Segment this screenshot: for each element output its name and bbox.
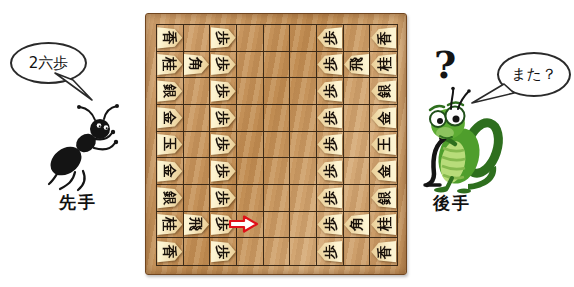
piece-shape: 歩 xyxy=(211,107,236,129)
shogi-piece-gote[interactable]: 香 xyxy=(371,27,396,49)
board-cell-r3c9[interactable]: 銀 xyxy=(370,78,397,105)
shogi-piece-sente[interactable]: 銀 xyxy=(157,187,182,209)
piece-kanji: 王 xyxy=(377,137,391,151)
piece-kanji: 金 xyxy=(163,164,177,178)
shogi-piece-sente[interactable]: 金 xyxy=(157,107,182,129)
board-cell-r3c3[interactable]: 歩 xyxy=(210,78,237,105)
shogi-piece-gote[interactable]: 銀 xyxy=(371,187,396,209)
piece-shape: 桂 xyxy=(371,213,396,235)
question-mark: ? xyxy=(434,46,456,84)
board-cell-r7c5[interactable] xyxy=(264,185,291,212)
piece-shape: 飛 xyxy=(344,53,369,75)
board-cell-r8c8[interactable]: 角 xyxy=(344,212,371,239)
board-cell-r1c3[interactable]: 歩 xyxy=(210,25,237,52)
shogi-piece-gote[interactable]: 歩 xyxy=(317,241,342,263)
gote-speech-bubble-tail xyxy=(462,78,518,108)
piece-shape: 銀 xyxy=(157,80,182,102)
board-cell-r7c9[interactable]: 銀 xyxy=(370,185,397,212)
shogi-piece-sente[interactable]: 歩 xyxy=(211,53,236,75)
piece-shape: 銀 xyxy=(371,187,396,209)
piece-kanji: 飛 xyxy=(189,217,203,231)
piece-shape: 銀 xyxy=(157,187,182,209)
shogi-piece-gote[interactable]: 歩 xyxy=(317,160,342,182)
piece-kanji: 歩 xyxy=(216,31,230,45)
piece-shape: 歩 xyxy=(317,241,342,263)
shogi-piece-gote[interactable]: 飛 xyxy=(344,53,369,75)
piece-shape: 歩 xyxy=(317,80,342,102)
piece-kanji: 歩 xyxy=(323,57,337,71)
piece-kanji: 歩 xyxy=(216,164,230,178)
board-cell-r6c8[interactable] xyxy=(344,158,371,185)
piece-kanji: 玉 xyxy=(163,137,177,151)
shogi-piece-sente[interactable]: 玉 xyxy=(157,133,182,155)
piece-shape: 歩 xyxy=(211,160,236,182)
piece-shape: 金 xyxy=(371,160,396,182)
board-cell-r7c6[interactable] xyxy=(290,185,317,212)
board-cell-r9c5[interactable] xyxy=(264,238,291,265)
board-cell-r7c3[interactable]: 歩 xyxy=(210,185,237,212)
shogi-piece-sente[interactable]: 歩 xyxy=(211,80,236,102)
sente-speech-bubble-tail xyxy=(40,68,100,104)
piece-shape: 桂 xyxy=(371,53,396,75)
board-cell-r1c9[interactable]: 香 xyxy=(370,25,397,52)
piece-kanji: 香 xyxy=(377,31,391,45)
piece-shape: 香 xyxy=(157,241,182,263)
board-cell-r2c2[interactable]: 角 xyxy=(184,52,211,79)
piece-kanji: 歩 xyxy=(323,217,337,231)
shogi-piece-sente[interactable]: 角 xyxy=(184,53,209,75)
piece-shape: 歩 xyxy=(317,213,342,235)
piece-kanji: 香 xyxy=(163,245,177,259)
board-cell-r5c9[interactable]: 王 xyxy=(370,132,397,159)
board-cell-r5c5[interactable] xyxy=(264,132,291,159)
board-cell-r5c8[interactable] xyxy=(344,132,371,159)
gote-label: 後手 xyxy=(417,192,487,215)
piece-kanji: 銀 xyxy=(377,84,391,98)
board-cell-r1c5[interactable] xyxy=(264,25,291,52)
board-cell-r2c7[interactable]: 歩 xyxy=(317,52,344,79)
board-cell-r7c4[interactable] xyxy=(237,185,264,212)
board-cell-r8c9[interactable]: 桂 xyxy=(370,212,397,239)
shogi-piece-sente[interactable]: 香 xyxy=(157,241,182,263)
piece-shape: 歩 xyxy=(317,107,342,129)
piece-shape: 角 xyxy=(184,53,209,75)
board-cell-r2c8[interactable]: 飛 xyxy=(344,52,371,79)
piece-kanji: 桂 xyxy=(163,57,177,71)
board-cell-r8c2[interactable]: 飛 xyxy=(184,212,211,239)
board-cell-r5c2[interactable] xyxy=(184,132,211,159)
board-cell-r7c1[interactable]: 銀 xyxy=(157,185,184,212)
board-cell-r6c5[interactable] xyxy=(264,158,291,185)
board-cell-r1c6[interactable] xyxy=(290,25,317,52)
piece-shape: 歩 xyxy=(211,27,236,49)
board-cell-r4c6[interactable] xyxy=(290,105,317,132)
board-cell-r5c7[interactable]: 歩 xyxy=(317,132,344,159)
board-cell-r3c2[interactable] xyxy=(184,78,211,105)
shogi-piece-sente[interactable]: 桂 xyxy=(157,213,182,235)
board-cell-r8c6[interactable] xyxy=(290,212,317,239)
board-cell-r5c4[interactable] xyxy=(237,132,264,159)
piece-shape: 歩 xyxy=(317,160,342,182)
piece-shape: 金 xyxy=(371,107,396,129)
piece-shape: 歩 xyxy=(317,27,342,49)
piece-shape: 歩 xyxy=(317,187,342,209)
piece-kanji: 飛 xyxy=(349,57,363,71)
board-cell-r8c5[interactable] xyxy=(264,212,291,239)
shogi-piece-gote[interactable]: 歩 xyxy=(317,27,342,49)
piece-kanji: 歩 xyxy=(216,111,230,125)
board-cell-r1c1[interactable]: 香 xyxy=(157,25,184,52)
move-arrow-icon xyxy=(229,215,259,233)
piece-kanji: 桂 xyxy=(163,217,177,231)
piece-shape: 歩 xyxy=(317,133,342,155)
board-cell-r9c1[interactable]: 香 xyxy=(157,238,184,265)
board-cell-r4c3[interactable]: 歩 xyxy=(210,105,237,132)
shogi-piece-sente[interactable]: 飛 xyxy=(184,213,209,235)
piece-kanji: 歩 xyxy=(323,191,337,205)
piece-kanji: 歩 xyxy=(216,245,230,259)
piece-shape: 歩 xyxy=(211,80,236,102)
board-cell-r8c1[interactable]: 桂 xyxy=(157,212,184,239)
sente-label: 先手 xyxy=(43,191,113,214)
piece-shape: 香 xyxy=(371,241,396,263)
piece-kanji: 歩 xyxy=(323,111,337,125)
board-cell-r6c1[interactable]: 金 xyxy=(157,158,184,185)
board-cell-r4c2[interactable] xyxy=(184,105,211,132)
shogi-piece-sente[interactable]: 歩 xyxy=(211,187,236,209)
board-cell-r5c3[interactable]: 歩 xyxy=(210,132,237,159)
board-cell-r9c6[interactable] xyxy=(290,238,317,265)
shogi-piece-sente[interactable]: 桂 xyxy=(157,53,182,75)
piece-kanji: 歩 xyxy=(323,31,337,45)
piece-shape: 香 xyxy=(157,27,182,49)
board-cell-r3c7[interactable]: 歩 xyxy=(317,78,344,105)
piece-shape: 歩 xyxy=(317,53,342,75)
board-cell-r3c8[interactable] xyxy=(344,78,371,105)
piece-kanji: 歩 xyxy=(323,245,337,259)
board-cell-r8c7[interactable]: 歩 xyxy=(317,212,344,239)
ant-icon xyxy=(45,104,119,190)
piece-shape: 歩 xyxy=(211,187,236,209)
piece-kanji: 香 xyxy=(377,245,391,259)
piece-kanji: 金 xyxy=(377,111,391,125)
board-cell-r3c1[interactable]: 銀 xyxy=(157,78,184,105)
piece-kanji: 歩 xyxy=(216,191,230,205)
piece-kanji: 桂 xyxy=(377,217,391,231)
piece-shape: 角 xyxy=(344,213,369,235)
board-cell-r6c2[interactable] xyxy=(184,158,211,185)
piece-kanji: 桂 xyxy=(377,57,391,71)
board-cell-r1c8[interactable] xyxy=(344,25,371,52)
shogi-piece-gote[interactable]: 王 xyxy=(371,133,396,155)
piece-shape: 歩 xyxy=(211,241,236,263)
board-cell-r1c7[interactable]: 歩 xyxy=(317,25,344,52)
board-cell-r4c5[interactable] xyxy=(264,105,291,132)
board-cell-r2c3[interactable]: 歩 xyxy=(210,52,237,79)
piece-shape: 王 xyxy=(371,133,396,155)
board-cell-r9c2[interactable] xyxy=(184,238,211,265)
board-cell-r6c9[interactable]: 金 xyxy=(370,158,397,185)
piece-kanji: 銀 xyxy=(377,191,391,205)
board-cell-r9c4[interactable] xyxy=(237,238,264,265)
board-cell-r6c6[interactable] xyxy=(290,158,317,185)
board-cell-r6c7[interactable]: 歩 xyxy=(317,158,344,185)
piece-shape: 金 xyxy=(157,107,182,129)
shogi-piece-sente[interactable]: 歩 xyxy=(211,160,236,182)
piece-kanji: 角 xyxy=(349,217,363,231)
board-cell-r3c6[interactable] xyxy=(290,78,317,105)
shogi-piece-sente[interactable]: 歩 xyxy=(211,241,236,263)
board-cell-r9c8[interactable] xyxy=(344,238,371,265)
piece-kanji: 銀 xyxy=(163,84,177,98)
board-cell-r7c8[interactable] xyxy=(344,185,371,212)
piece-shape: 歩 xyxy=(211,53,236,75)
piece-kanji: 金 xyxy=(163,111,177,125)
board-cell-r4c8[interactable] xyxy=(344,105,371,132)
board-cell-r6c3[interactable]: 歩 xyxy=(210,158,237,185)
piece-shape: 桂 xyxy=(157,213,182,235)
shogi-piece-gote[interactable]: 金 xyxy=(371,160,396,182)
board-cell-r1c2[interactable] xyxy=(184,25,211,52)
board-cell-r9c3[interactable]: 歩 xyxy=(210,238,237,265)
piece-shape: 桂 xyxy=(157,53,182,75)
board-cell-r4c4[interactable] xyxy=(237,105,264,132)
board-cell-r6c4[interactable] xyxy=(237,158,264,185)
shogi-piece-gote[interactable]: 金 xyxy=(371,107,396,129)
board-cell-r4c9[interactable]: 金 xyxy=(370,105,397,132)
board-cell-r9c9[interactable]: 香 xyxy=(370,238,397,265)
piece-kanji: 歩 xyxy=(216,84,230,98)
shogi-piece-sente[interactable]: 香 xyxy=(157,27,182,49)
shogi-piece-gote[interactable]: 歩 xyxy=(317,53,342,75)
shogi-piece-gote[interactable]: 歩 xyxy=(317,107,342,129)
board-cell-r8c4[interactable] xyxy=(237,212,264,239)
piece-kanji: 歩 xyxy=(216,57,230,71)
shogi-piece-gote[interactable]: 角 xyxy=(344,213,369,235)
piece-kanji: 金 xyxy=(377,164,391,178)
piece-kanji: 香 xyxy=(163,31,177,45)
piece-shape: 玉 xyxy=(157,133,182,155)
board-cell-r5c6[interactable] xyxy=(290,132,317,159)
shogi-piece-gote[interactable]: 歩 xyxy=(317,213,342,235)
board-cell-r5c1[interactable]: 玉 xyxy=(157,132,184,159)
board-grid: 香歩歩香桂角歩歩飛桂銀歩歩銀金歩歩金玉歩歩王金歩歩金銀歩歩銀桂飛歩 歩角桂香歩歩… xyxy=(156,24,398,266)
board-cell-r3c4[interactable] xyxy=(237,78,264,105)
piece-kanji: 歩 xyxy=(323,84,337,98)
shogi-piece-gote[interactable]: 銀 xyxy=(371,80,396,102)
piece-kanji: 歩 xyxy=(216,137,230,151)
shogi-board: 香歩歩香桂角歩歩飛桂銀歩歩銀金歩歩金玉歩歩王金歩歩金銀歩歩銀桂飛歩 歩角桂香歩歩… xyxy=(145,13,407,275)
piece-shape: 金 xyxy=(157,160,182,182)
board-cell-r2c1[interactable]: 桂 xyxy=(157,52,184,79)
shogi-piece-sente[interactable]: 歩 xyxy=(211,133,236,155)
board-cell-r4c1[interactable]: 金 xyxy=(157,105,184,132)
board-cell-r2c5[interactable] xyxy=(264,52,291,79)
shogi-piece-gote[interactable]: 歩 xyxy=(317,187,342,209)
piece-kanji: 銀 xyxy=(163,191,177,205)
piece-kanji: 歩 xyxy=(323,164,337,178)
ant-character xyxy=(45,92,123,192)
shogi-piece-sente[interactable]: 銀 xyxy=(157,80,182,102)
shogi-piece-gote[interactable]: 桂 xyxy=(371,53,396,75)
scene: 香歩歩香桂角歩歩飛桂銀歩歩銀金歩歩金玉歩歩王金歩歩金銀歩歩銀桂飛歩 歩角桂香歩歩… xyxy=(0,0,574,287)
shogi-piece-gote[interactable]: 歩 xyxy=(317,80,342,102)
board-cell-r3c5[interactable] xyxy=(264,78,291,105)
piece-shape: 香 xyxy=(371,27,396,49)
piece-shape: 歩 xyxy=(211,133,236,155)
board-cell-r7c2[interactable] xyxy=(184,185,211,212)
piece-kanji: 角 xyxy=(189,57,203,71)
board-cell-r2c9[interactable]: 桂 xyxy=(370,52,397,79)
shogi-piece-sente[interactable]: 歩 xyxy=(211,107,236,129)
piece-shape: 銀 xyxy=(371,80,396,102)
board-cell-r2c4[interactable] xyxy=(237,52,264,79)
shogi-piece-sente[interactable]: 歩 xyxy=(211,27,236,49)
shogi-piece-gote[interactable]: 香 xyxy=(371,241,396,263)
piece-kanji: 歩 xyxy=(323,137,337,151)
board-cell-r2c6[interactable] xyxy=(290,52,317,79)
board-cell-r7c7[interactable]: 歩 xyxy=(317,185,344,212)
shogi-piece-gote[interactable]: 桂 xyxy=(371,213,396,235)
piece-shape: 飛 xyxy=(184,213,209,235)
shogi-piece-sente[interactable]: 金 xyxy=(157,160,182,182)
board-cell-r1c4[interactable] xyxy=(237,25,264,52)
shogi-piece-gote[interactable]: 歩 xyxy=(317,133,342,155)
board-cell-r4c7[interactable]: 歩 xyxy=(317,105,344,132)
board-cell-r9c7[interactable]: 歩 xyxy=(317,238,344,265)
